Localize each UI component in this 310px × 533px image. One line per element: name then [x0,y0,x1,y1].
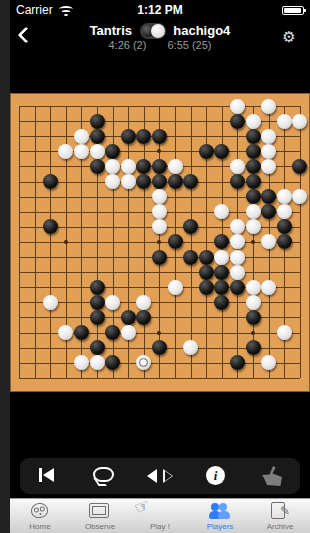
white-stone [105,174,120,189]
white-stone [246,219,261,234]
white-stone [43,295,58,310]
star-point [251,240,255,244]
nav-bar: Tantris hachigo4 4:26 (2) 6:55 (25) ⚙ [10,20,310,60]
white-stone [168,280,183,295]
players-people-icon [208,502,232,522]
black-stone [214,265,229,280]
black-stone [246,189,261,204]
white-stone [90,144,105,159]
black-stone [121,129,136,144]
white-stone [214,250,229,265]
black-stone [168,234,183,249]
white-stone [292,114,307,129]
black-stone [214,234,229,249]
status-time: 1:12 PM [10,3,310,17]
black-stone [230,174,245,189]
black-stone [152,250,167,265]
white-stone [277,114,292,129]
black-player-clock: 4:26 (2) [108,39,146,51]
battery-icon [282,6,304,15]
black-stone [43,174,58,189]
black-stone [90,159,105,174]
black-stone [136,129,151,144]
black-stone [246,310,261,325]
stone-color-toggle[interactable] [140,23,166,39]
tab-observe[interactable]: Observe [70,499,130,533]
star-point [157,240,161,244]
white-stone [277,204,292,219]
white-stone [261,159,276,174]
players-header: Tantris hachigo4 [10,22,310,39]
next-move-icon [163,469,173,483]
black-stone [105,144,120,159]
white-stone [74,129,89,144]
star-point [157,149,161,153]
white-stone [261,355,276,370]
white-stone [230,265,245,280]
white-stone [277,189,292,204]
chat-button[interactable] [91,465,117,487]
white-stone [261,99,276,114]
white-stone [261,280,276,295]
black-stone [43,219,58,234]
white-player-clock: 6:55 (25) [167,39,211,51]
black-stone [199,144,214,159]
black-stone [292,159,307,174]
black-stone [246,340,261,355]
prev-move-icon [147,469,157,483]
chat-bubble-icon [93,467,114,482]
app-screen: Carrier 1:12 PM Tantris hachigo4 4:26 (2… [10,0,310,533]
white-stone [152,204,167,219]
white-stone [183,340,198,355]
settings-gear-icon[interactable]: ⚙ [278,26,300,48]
black-stone [246,129,261,144]
info-button[interactable]: i [203,465,229,487]
white-stone [168,159,183,174]
black-stone [136,310,151,325]
black-stone [152,340,167,355]
white-stone [105,295,120,310]
tab-bar: Home Observe ☞ Play ! Players Archive [10,498,310,533]
black-stone [74,325,89,340]
white-stone [246,114,261,129]
white-stone [214,204,229,219]
white-stone [261,234,276,249]
white-stone [246,204,261,219]
white-stone [121,325,136,340]
black-stone [214,280,229,295]
black-stone [214,295,229,310]
tab-home[interactable]: Home [10,499,70,533]
white-stone [230,234,245,249]
hand-icon [262,466,282,486]
black-stone [230,280,245,295]
black-stone [152,159,167,174]
white-stone [74,355,89,370]
white-stone [261,144,276,159]
tab-archive[interactable]: Archive [250,499,310,533]
white-stone [58,325,73,340]
black-stone [199,250,214,265]
black-stone [90,295,105,310]
white-stone [230,219,245,234]
archive-notepad-icon [268,502,292,522]
black-player-name: Tantris [90,23,132,38]
observe-monitor-icon [88,502,112,522]
black-stone [230,355,245,370]
black-stone [90,340,105,355]
white-stone [246,280,261,295]
white-stone [152,219,167,234]
white-stone [105,159,120,174]
black-stone [246,159,261,174]
black-stone [183,250,198,265]
black-stone [199,280,214,295]
black-stone [277,219,292,234]
white-player-name: hachigo4 [173,23,230,38]
step-moves-button[interactable] [147,465,173,487]
black-stone [246,174,261,189]
black-stone [246,144,261,159]
black-stone [136,174,151,189]
white-stone [121,174,136,189]
star-point [157,331,161,335]
clocks: 4:26 (2) 6:55 (25) [10,39,310,51]
black-stone [136,159,151,174]
tab-play[interactable]: ☞ Play ! [130,499,190,533]
play-hand-icon: ☞ [127,492,157,520]
black-stone [152,129,167,144]
white-stone [152,189,167,204]
black-stone [261,189,276,204]
black-stone [168,174,183,189]
black-stone [90,280,105,295]
white-stone [136,355,151,370]
white-stone [230,159,245,174]
star-point [251,331,255,335]
hand-button[interactable] [259,465,285,487]
black-stone [199,265,214,280]
white-stone [74,144,89,159]
black-stone [261,204,276,219]
black-stone [230,114,245,129]
black-stone [105,325,120,340]
white-stone [230,99,245,114]
white-stone [121,159,136,174]
go-board[interactable] [10,93,310,392]
star-point [64,240,68,244]
black-stone [90,114,105,129]
white-stone [136,295,151,310]
white-stone [90,355,105,370]
playback-toolbar: i [20,458,300,494]
skip-to-start-button[interactable] [35,465,61,487]
black-stone [152,174,167,189]
black-stone [214,144,229,159]
tab-players[interactable]: Players [190,499,250,533]
home-owl-icon [28,502,52,522]
white-stone [58,144,73,159]
black-stone [277,234,292,249]
black-stone [121,310,136,325]
black-stone [90,310,105,325]
white-stone-icon [151,24,165,38]
status-bar: Carrier 1:12 PM [10,0,310,20]
black-stone [90,129,105,144]
white-stone [261,129,276,144]
white-stone [246,295,261,310]
black-stone [105,355,120,370]
white-stone [292,189,307,204]
black-stone [183,174,198,189]
info-icon: i [206,466,225,485]
white-stone [277,325,292,340]
black-stone [183,219,198,234]
white-stone [230,250,245,265]
